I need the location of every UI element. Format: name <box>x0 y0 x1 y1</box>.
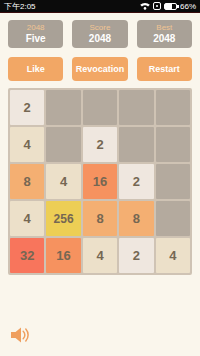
score-box-value: 2048 <box>72 33 127 45</box>
battery-icon <box>164 3 177 10</box>
score-box-label: Score <box>72 22 127 33</box>
tile-2-r5c4: 2 <box>119 238 153 273</box>
title-box-label: 2048 <box>8 22 63 33</box>
tile-8-r3c1: 8 <box>10 164 44 199</box>
title-box: 2048 Five <box>8 20 63 48</box>
score-header: 2048 Five Score 2048 Best 2048 <box>8 20 192 48</box>
game-board[interactable]: 242841624256883216424 <box>8 88 192 275</box>
best-box: Best 2048 <box>137 20 192 48</box>
tile-8-r4c4: 8 <box>119 201 153 236</box>
empty-cell <box>119 90 153 125</box>
tile-4-r5c3: 4 <box>83 238 117 273</box>
empty-cell <box>46 127 80 162</box>
screenshot-icon <box>153 2 161 10</box>
restart-button[interactable]: Restart <box>137 57 192 81</box>
title-box-value: Five <box>8 33 63 45</box>
tile-2-r3c4: 2 <box>119 164 153 199</box>
empty-cell <box>156 90 190 125</box>
battery-percent: 66% <box>180 2 196 11</box>
tile-32-r5c1: 32 <box>10 238 44 273</box>
like-button[interactable]: Like <box>8 57 63 81</box>
tile-8-r4c3: 8 <box>83 201 117 236</box>
revocation-button[interactable]: Revocation <box>72 57 127 81</box>
clock-time: 下午2:05 <box>4 0 36 13</box>
tile-2-r2c3: 2 <box>83 127 117 162</box>
tile-4-r3c2: 4 <box>46 164 80 199</box>
empty-cell <box>119 127 153 162</box>
empty-cell <box>156 201 190 236</box>
speaker-on-icon[interactable] <box>10 325 32 345</box>
wifi-icon <box>140 2 150 10</box>
score-box: Score 2048 <box>72 20 127 48</box>
empty-cell <box>156 164 190 199</box>
app-screen: 下午2:05 66% 2048 Five Score 2048 Best 204… <box>0 0 200 356</box>
status-bar: 下午2:05 66% <box>0 0 200 13</box>
tile-4-r5c5: 4 <box>156 238 190 273</box>
empty-cell <box>156 127 190 162</box>
best-box-label: Best <box>137 22 192 33</box>
best-box-value: 2048 <box>137 33 192 45</box>
tile-4-r2c1: 4 <box>10 127 44 162</box>
footer <box>10 325 32 345</box>
tile-16-r5c2: 16 <box>46 238 80 273</box>
tile-2-r1c1: 2 <box>10 90 44 125</box>
toolbar: Like Revocation Restart <box>8 57 192 81</box>
tile-4-r4c1: 4 <box>10 201 44 236</box>
tile-256-r4c2: 256 <box>46 201 80 236</box>
empty-cell <box>46 90 80 125</box>
tile-16-r3c3: 16 <box>83 164 117 199</box>
empty-cell <box>83 90 117 125</box>
